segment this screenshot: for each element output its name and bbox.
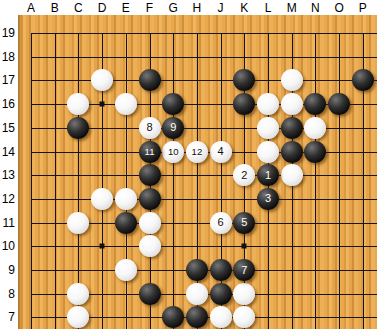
grid-line-col-E — [126, 33, 127, 329]
col-label-E: E — [114, 1, 138, 15]
go-stone-black-M15 — [281, 117, 303, 139]
col-label-D: D — [90, 1, 114, 15]
go-stone-black-M14 — [281, 141, 303, 163]
col-label-O: O — [327, 1, 351, 15]
grid-line-row-17 — [31, 80, 377, 81]
move-number: 10 — [168, 147, 179, 157]
grid-line-row-12 — [31, 199, 377, 200]
go-stone-white-K8 — [233, 283, 255, 305]
grid-line-col-O — [339, 33, 340, 329]
go-stone-white-D12 — [91, 188, 113, 210]
row-label-11: 11 — [0, 216, 15, 230]
go-stone-black-K16 — [233, 93, 255, 115]
move-number: 6 — [218, 217, 224, 228]
col-label-A: A — [19, 1, 43, 15]
row-label-12: 12 — [0, 192, 15, 206]
go-stone-black-G15: 9 — [162, 117, 184, 139]
go-stone-black-N16 — [304, 93, 326, 115]
go-stone-white-D17 — [91, 69, 113, 91]
go-stone-white-K13: 2 — [233, 164, 255, 186]
go-stone-white-F15: 8 — [139, 117, 161, 139]
col-label-C: C — [66, 1, 90, 15]
grid-line-row-10 — [31, 246, 377, 247]
star-point-K10 — [242, 244, 247, 249]
go-stone-white-L14 — [257, 141, 279, 163]
go-stone-black-L13: 1 — [257, 164, 279, 186]
go-stone-white-G14: 10 — [162, 141, 184, 163]
row-label-17: 17 — [0, 73, 15, 87]
go-board-screenshot: ABCDEFGHJKLMNOP 19181716151413121110987 … — [0, 0, 377, 329]
go-stone-white-N15 — [304, 117, 326, 139]
go-board[interactable]: 123456789101112 — [18, 15, 377, 329]
grid-line-col-A — [31, 33, 32, 329]
star-point-D10 — [100, 244, 105, 249]
move-number: 12 — [192, 147, 203, 157]
board-edge-shadow — [18, 15, 23, 329]
go-stone-black-F17 — [139, 69, 161, 91]
go-stone-white-J7 — [210, 306, 232, 328]
move-number: 3 — [265, 193, 271, 204]
row-label-15: 15 — [0, 121, 15, 135]
go-stone-black-L12: 3 — [257, 188, 279, 210]
col-label-G: G — [161, 1, 185, 15]
col-label-P: P — [351, 1, 375, 15]
go-stone-white-C7 — [67, 306, 89, 328]
row-label-16: 16 — [0, 97, 15, 111]
move-number: 4 — [218, 146, 224, 157]
move-number: 5 — [241, 217, 247, 228]
grid-line-row-18 — [31, 57, 377, 58]
go-stone-white-M13 — [281, 164, 303, 186]
go-stone-white-C8 — [67, 283, 89, 305]
go-stone-white-C16 — [67, 93, 89, 115]
move-number: 8 — [146, 122, 152, 133]
col-label-L: L — [256, 1, 280, 15]
go-stone-white-M16 — [281, 93, 303, 115]
move-number: 1 — [265, 170, 271, 181]
go-stone-black-P17 — [352, 69, 374, 91]
go-stone-black-K17 — [233, 69, 255, 91]
go-stone-black-E11 — [115, 212, 137, 234]
row-label-7: 7 — [0, 310, 15, 324]
go-stone-black-O16 — [328, 93, 350, 115]
go-stone-black-H7 — [186, 306, 208, 328]
go-stone-black-C15 — [67, 117, 89, 139]
go-stone-black-J9 — [210, 259, 232, 281]
go-stone-white-L16 — [257, 93, 279, 115]
col-label-B: B — [43, 1, 67, 15]
grid-line-col-B — [55, 33, 56, 329]
col-label-N: N — [303, 1, 327, 15]
go-stone-black-F14: 11 — [139, 141, 161, 163]
go-stone-white-M17 — [281, 69, 303, 91]
go-stone-black-F12 — [139, 188, 161, 210]
go-stone-white-E9 — [115, 259, 137, 281]
go-stone-white-J14: 4 — [210, 141, 232, 163]
row-label-19: 19 — [0, 26, 15, 40]
star-point-D16 — [100, 102, 105, 107]
go-stone-white-L15 — [257, 117, 279, 139]
grid-line-col-N — [315, 33, 316, 329]
row-label-10: 10 — [0, 239, 15, 253]
go-stone-black-F8 — [139, 283, 161, 305]
go-stone-black-N14 — [304, 141, 326, 163]
grid-line-col-G — [173, 33, 174, 329]
col-label-J: J — [209, 1, 233, 15]
move-number: 7 — [241, 265, 247, 276]
move-number: 9 — [170, 122, 176, 133]
row-label-9: 9 — [0, 263, 15, 277]
go-stone-white-C11 — [67, 212, 89, 234]
row-label-8: 8 — [0, 287, 15, 301]
grid-line-row-13 — [31, 175, 377, 176]
row-label-13: 13 — [0, 168, 15, 182]
grid-line-row-19 — [31, 33, 377, 34]
row-label-18: 18 — [0, 50, 15, 64]
go-stone-black-K11: 5 — [233, 212, 255, 234]
go-stone-white-H8 — [186, 283, 208, 305]
move-number: 11 — [145, 147, 155, 157]
go-stone-black-G7 — [162, 306, 184, 328]
go-stone-white-J11: 6 — [210, 212, 232, 234]
go-stone-white-E12 — [115, 188, 137, 210]
go-stone-white-K7 — [233, 306, 255, 328]
go-stone-black-F13 — [139, 164, 161, 186]
go-stone-white-E16 — [115, 93, 137, 115]
col-label-M: M — [280, 1, 304, 15]
go-stone-white-F11 — [139, 212, 161, 234]
col-label-K: K — [232, 1, 256, 15]
col-label-F: F — [138, 1, 162, 15]
go-stone-black-K9: 7 — [233, 259, 255, 281]
move-number: 2 — [241, 170, 247, 181]
go-stone-black-G16 — [162, 93, 184, 115]
go-stone-white-F10 — [139, 235, 161, 257]
row-label-14: 14 — [0, 145, 15, 159]
go-stone-black-J8 — [210, 283, 232, 305]
col-label-H: H — [185, 1, 209, 15]
go-stone-white-H14: 12 — [186, 141, 208, 163]
go-stone-black-H9 — [186, 259, 208, 281]
